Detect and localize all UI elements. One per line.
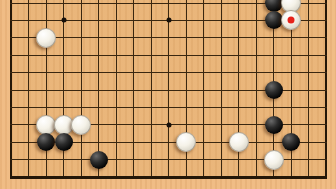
black-stone[interactable] — [37, 133, 55, 151]
white-stone[interactable] — [281, 10, 301, 30]
black-stone[interactable] — [282, 133, 300, 151]
go-app-screenshot — [0, 0, 336, 189]
white-stone[interactable] — [36, 28, 56, 48]
white-stone[interactable] — [176, 132, 196, 152]
grid-line-horizontal — [10, 55, 327, 56]
star-point — [166, 122, 171, 127]
grid-line-horizontal — [10, 176, 327, 179]
star-point — [166, 18, 171, 23]
grid-line-horizontal — [10, 72, 327, 73]
black-stone[interactable] — [265, 116, 283, 134]
last-move-marker — [288, 17, 295, 24]
black-stone[interactable] — [90, 151, 108, 169]
white-stone[interactable] — [229, 132, 249, 152]
white-stone[interactable] — [264, 150, 284, 170]
grid-line-horizontal — [10, 37, 327, 38]
black-stone[interactable] — [265, 11, 283, 29]
go-board[interactable] — [0, 0, 336, 189]
white-stone[interactable] — [71, 115, 91, 135]
grid-line-horizontal — [10, 107, 327, 108]
black-stone[interactable] — [265, 81, 283, 99]
star-point — [61, 18, 66, 23]
black-stone[interactable] — [55, 133, 73, 151]
